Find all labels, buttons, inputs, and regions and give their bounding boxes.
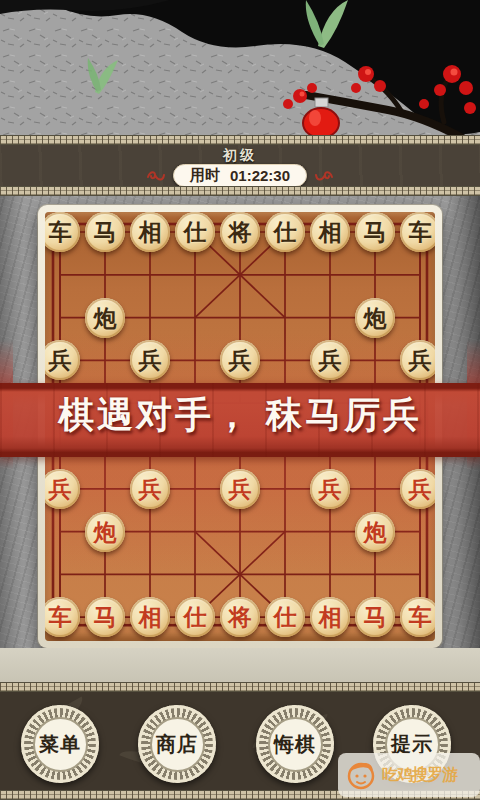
flourish-right-icon [314, 169, 334, 183]
lower-strip [0, 648, 480, 682]
piece-black-兵-f0r3[interactable]: 兵 [45, 340, 80, 380]
undo-button[interactable]: 悔棋 [256, 705, 334, 783]
piece-red-兵-f2r6[interactable]: 兵 [130, 469, 170, 509]
piece-red-车-f0r9[interactable]: 车 [45, 597, 80, 637]
watermark-face-icon [344, 758, 378, 792]
piece-black-相-f2r0[interactable]: 相 [130, 212, 170, 252]
piece-black-将-f4r0[interactable]: 将 [220, 212, 260, 252]
piece-red-兵-f4r6[interactable]: 兵 [220, 469, 260, 509]
menu-button-label: 菜单 [33, 717, 88, 772]
piece-red-马-f1r9[interactable]: 马 [85, 597, 125, 637]
flourish-left-icon [146, 169, 166, 183]
piece-black-马-f1r0[interactable]: 马 [85, 212, 125, 252]
meander-border [0, 682, 480, 692]
piece-black-炮-f7r2[interactable]: 炮 [355, 298, 395, 338]
piece-red-炮-f1r7[interactable]: 炮 [85, 512, 125, 552]
piece-black-仕-f3r0[interactable]: 仕 [175, 212, 215, 252]
level-label: 初级 [0, 147, 480, 165]
piece-red-车-f8r9[interactable]: 车 [400, 597, 435, 637]
piece-red-相-f6r9[interactable]: 相 [310, 597, 350, 637]
piece-red-炮-f7r7[interactable]: 炮 [355, 512, 395, 552]
piece-black-相-f6r0[interactable]: 相 [310, 212, 350, 252]
piece-black-仕-f5r0[interactable]: 仕 [265, 212, 305, 252]
watermark-text: 吃鸡搜罗游 [382, 765, 457, 786]
quote-text: 棋遇对手， 秣马厉兵 [0, 391, 480, 440]
piece-black-兵-f2r3[interactable]: 兵 [130, 340, 170, 380]
watermark-badge: 吃鸡搜罗游 [338, 753, 480, 797]
menu-button[interactable]: 菜单 [21, 705, 99, 783]
piece-red-相-f2r9[interactable]: 相 [130, 597, 170, 637]
shop-button-label: 商店 [150, 717, 205, 772]
piece-red-兵-f8r6[interactable]: 兵 [400, 469, 435, 509]
piece-red-兵-f6r6[interactable]: 兵 [310, 469, 350, 509]
piece-black-兵-f6r3[interactable]: 兵 [310, 340, 350, 380]
game-screen: 初级 用时 01:22:30 车马相仕将仕相马车炮炮兵兵兵兵兵兵兵兵兵兵炮炮车马… [0, 0, 480, 800]
shop-button[interactable]: 商店 [138, 705, 216, 783]
quote-banner: 棋遇对手， 秣马厉兵 [0, 383, 480, 457]
piece-black-兵-f8r3[interactable]: 兵 [400, 340, 435, 380]
piece-red-仕-f3r9[interactable]: 仕 [175, 597, 215, 637]
header-ink-art [0, 0, 480, 140]
timer-label: 用时 [190, 166, 220, 185]
piece-black-马-f7r0[interactable]: 马 [355, 212, 395, 252]
meander-border [0, 186, 480, 196]
piece-red-兵-f0r6[interactable]: 兵 [45, 469, 80, 509]
piece-black-炮-f1r2[interactable]: 炮 [85, 298, 125, 338]
piece-black-兵-f4r3[interactable]: 兵 [220, 340, 260, 380]
undo-button-label: 悔棋 [268, 717, 323, 772]
piece-black-车-f8r0[interactable]: 车 [400, 212, 435, 252]
timer-pill: 用时 01:22:30 [173, 164, 307, 187]
piece-black-车-f0r0[interactable]: 车 [45, 212, 80, 252]
piece-red-将-f4r9[interactable]: 将 [220, 597, 260, 637]
timer-value: 01:22:30 [230, 167, 290, 184]
meander-border [0, 135, 480, 145]
piece-red-仕-f5r9[interactable]: 仕 [265, 597, 305, 637]
level-banner: 初级 用时 01:22:30 [0, 135, 480, 196]
piece-red-马-f7r9[interactable]: 马 [355, 597, 395, 637]
